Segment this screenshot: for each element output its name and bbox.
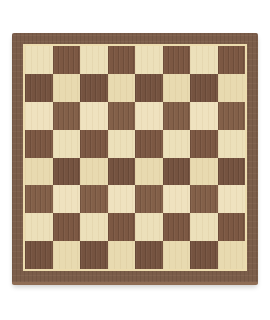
product-photo-background: [0, 0, 270, 320]
square-h2[interactable]: [218, 213, 246, 241]
square-g3[interactable]: [190, 185, 218, 213]
square-e7[interactable]: [135, 74, 163, 102]
square-f1[interactable]: [163, 241, 191, 269]
square-h7[interactable]: [218, 74, 246, 102]
square-g4[interactable]: [190, 158, 218, 186]
square-e1[interactable]: [135, 241, 163, 269]
square-d8[interactable]: [108, 46, 136, 74]
square-e8[interactable]: [135, 46, 163, 74]
square-b2[interactable]: [53, 213, 81, 241]
square-f6[interactable]: [163, 102, 191, 130]
square-c7[interactable]: [80, 74, 108, 102]
square-g6[interactable]: [190, 102, 218, 130]
square-f2[interactable]: [163, 213, 191, 241]
square-d1[interactable]: [108, 241, 136, 269]
square-h5[interactable]: [218, 130, 246, 158]
square-a3[interactable]: [25, 185, 53, 213]
square-c8[interactable]: [80, 46, 108, 74]
square-a8[interactable]: [25, 46, 53, 74]
square-e2[interactable]: [135, 213, 163, 241]
square-c3[interactable]: [80, 185, 108, 213]
square-e4[interactable]: [135, 158, 163, 186]
square-h8[interactable]: [218, 46, 246, 74]
square-d5[interactable]: [108, 130, 136, 158]
square-a5[interactable]: [25, 130, 53, 158]
square-e6[interactable]: [135, 102, 163, 130]
square-h6[interactable]: [218, 102, 246, 130]
square-h3[interactable]: [218, 185, 246, 213]
square-b6[interactable]: [53, 102, 81, 130]
square-b5[interactable]: [53, 130, 81, 158]
square-g5[interactable]: [190, 130, 218, 158]
square-c4[interactable]: [80, 158, 108, 186]
square-b7[interactable]: [53, 74, 81, 102]
chess-board: [25, 46, 245, 269]
square-a7[interactable]: [25, 74, 53, 102]
square-b4[interactable]: [53, 158, 81, 186]
square-d3[interactable]: [108, 185, 136, 213]
square-d4[interactable]: [108, 158, 136, 186]
square-g1[interactable]: [190, 241, 218, 269]
square-e3[interactable]: [135, 185, 163, 213]
square-a4[interactable]: [25, 158, 53, 186]
square-f3[interactable]: [163, 185, 191, 213]
square-c5[interactable]: [80, 130, 108, 158]
square-g7[interactable]: [190, 74, 218, 102]
square-g2[interactable]: [190, 213, 218, 241]
square-b1[interactable]: [53, 241, 81, 269]
square-d2[interactable]: [108, 213, 136, 241]
square-h4[interactable]: [218, 158, 246, 186]
square-f8[interactable]: [163, 46, 191, 74]
square-a6[interactable]: [25, 102, 53, 130]
inlay-border: [23, 44, 247, 271]
square-g8[interactable]: [190, 46, 218, 74]
square-f7[interactable]: [163, 74, 191, 102]
square-a1[interactable]: [25, 241, 53, 269]
square-b3[interactable]: [53, 185, 81, 213]
square-b8[interactable]: [53, 46, 81, 74]
square-e5[interactable]: [135, 130, 163, 158]
square-d7[interactable]: [108, 74, 136, 102]
square-f5[interactable]: [163, 130, 191, 158]
square-f4[interactable]: [163, 158, 191, 186]
chess-board-frame: [12, 33, 258, 285]
square-c6[interactable]: [80, 102, 108, 130]
square-h1[interactable]: [218, 241, 246, 269]
square-a2[interactable]: [25, 213, 53, 241]
square-c1[interactable]: [80, 241, 108, 269]
square-c2[interactable]: [80, 213, 108, 241]
square-d6[interactable]: [108, 102, 136, 130]
